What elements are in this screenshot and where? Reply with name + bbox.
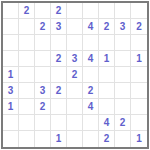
cell-r6c5[interactable] — [67, 83, 83, 99]
cell-r7c8[interactable] — [115, 99, 131, 115]
cell-r7c5[interactable] — [67, 99, 83, 115]
cell-r3c7[interactable] — [99, 35, 115, 51]
cell-r2c6: 4 — [83, 19, 99, 35]
cell-r3c9[interactable] — [131, 35, 147, 51]
cell-r6c3: 3 — [35, 83, 51, 99]
cell-r6c1: 3 — [3, 83, 19, 99]
puzzle-page: 222342322341112332212442121 — [0, 0, 150, 150]
cell-r7c1: 1 — [3, 99, 19, 115]
cell-r9c1[interactable] — [3, 131, 19, 147]
cell-r2c9: 2 — [131, 19, 147, 35]
cell-r9c8[interactable] — [115, 131, 131, 147]
cell-r1c1[interactable] — [3, 3, 19, 19]
cell-r8c5[interactable] — [67, 115, 83, 131]
cell-r6c2[interactable] — [19, 83, 35, 99]
cell-r6c4: 2 — [51, 83, 67, 99]
cell-r7c9[interactable] — [131, 99, 147, 115]
cell-r5c9[interactable] — [131, 67, 147, 83]
cell-r6c9[interactable] — [131, 83, 147, 99]
cell-r8c2[interactable] — [19, 115, 35, 131]
cell-r5c6[interactable] — [83, 67, 99, 83]
cell-r6c8[interactable] — [115, 83, 131, 99]
board: 222342322341112332212442121 — [1, 1, 149, 149]
cell-r5c7[interactable] — [99, 67, 115, 83]
cell-r2c8: 3 — [115, 19, 131, 35]
cell-r9c4: 1 — [51, 131, 67, 147]
cell-r1c5[interactable] — [67, 3, 83, 19]
cell-r3c8[interactable] — [115, 35, 131, 51]
cell-r7c4[interactable] — [51, 99, 67, 115]
cell-r8c8: 2 — [115, 115, 131, 131]
cell-r8c1[interactable] — [3, 115, 19, 131]
cell-r9c9: 1 — [131, 131, 147, 147]
cell-r2c7: 2 — [99, 19, 115, 35]
cell-r1c3[interactable] — [35, 3, 51, 19]
cell-r3c2[interactable] — [19, 35, 35, 51]
cell-r4c8[interactable] — [115, 51, 131, 67]
cell-r4c7: 1 — [99, 51, 115, 67]
cell-r7c7[interactable] — [99, 99, 115, 115]
cell-r6c6: 2 — [83, 83, 99, 99]
cell-r9c5[interactable] — [67, 131, 83, 147]
cell-r1c4: 2 — [51, 3, 67, 19]
cell-r3c1[interactable] — [3, 35, 19, 51]
cell-r1c9[interactable] — [131, 3, 147, 19]
cell-r8c9[interactable] — [131, 115, 147, 131]
cell-r2c5[interactable] — [67, 19, 83, 35]
cell-r5c4[interactable] — [51, 67, 67, 83]
cell-r8c3[interactable] — [35, 115, 51, 131]
cell-r3c4[interactable] — [51, 35, 67, 51]
cell-r7c3: 2 — [35, 99, 51, 115]
cell-r7c2[interactable] — [19, 99, 35, 115]
cell-r1c2: 2 — [19, 3, 35, 19]
cell-r8c6[interactable] — [83, 115, 99, 131]
cell-r7c6: 4 — [83, 99, 99, 115]
cell-r6c7[interactable] — [99, 83, 115, 99]
cell-r4c1[interactable] — [3, 51, 19, 67]
cell-r3c3[interactable] — [35, 35, 51, 51]
cell-r9c3[interactable] — [35, 131, 51, 147]
cell-r8c7: 4 — [99, 115, 115, 131]
cell-r2c2[interactable] — [19, 19, 35, 35]
cell-r2c1[interactable] — [3, 19, 19, 35]
cell-r1c6[interactable] — [83, 3, 99, 19]
cell-r9c2[interactable] — [19, 131, 35, 147]
cell-r4c6: 4 — [83, 51, 99, 67]
cell-r1c8[interactable] — [115, 3, 131, 19]
cell-r3c6[interactable] — [83, 35, 99, 51]
cell-r5c2[interactable] — [19, 67, 35, 83]
cell-r5c1: 1 — [3, 67, 19, 83]
cell-r2c3: 2 — [35, 19, 51, 35]
cell-r4c5: 3 — [67, 51, 83, 67]
cell-r9c7: 2 — [99, 131, 115, 147]
cell-r1c7[interactable] — [99, 3, 115, 19]
cell-r4c9: 1 — [131, 51, 147, 67]
cell-r8c4[interactable] — [51, 115, 67, 131]
cell-r3c5[interactable] — [67, 35, 83, 51]
cell-r4c3[interactable] — [35, 51, 51, 67]
cell-r9c6[interactable] — [83, 131, 99, 147]
cell-r2c4: 3 — [51, 19, 67, 35]
cell-r5c8[interactable] — [115, 67, 131, 83]
cell-r5c5: 2 — [67, 67, 83, 83]
cell-r4c2[interactable] — [19, 51, 35, 67]
cell-r5c3[interactable] — [35, 67, 51, 83]
cell-r4c4: 2 — [51, 51, 67, 67]
